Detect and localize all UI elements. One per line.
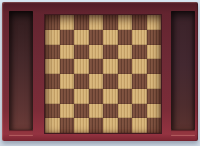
square-r7c7[interactable] (132, 104, 147, 119)
square-r7c3[interactable] (74, 104, 89, 119)
square-r3c7[interactable] (132, 45, 147, 60)
square-r2c7[interactable] (132, 30, 147, 45)
square-r4c5[interactable] (103, 59, 118, 74)
checkerboard-field (44, 14, 162, 134)
square-r5c4[interactable] (89, 74, 104, 89)
square-r4c6[interactable] (118, 59, 133, 74)
square-r1c7[interactable] (132, 15, 147, 30)
square-r6c5[interactable] (103, 89, 118, 104)
square-r3c4[interactable] (89, 45, 104, 60)
square-r1c2[interactable] (60, 15, 75, 30)
square-r5c5[interactable] (103, 74, 118, 89)
square-r2c6[interactable] (118, 30, 133, 45)
right-tray-ledge (171, 130, 195, 136)
square-r3c5[interactable] (103, 45, 118, 60)
square-r6c1[interactable] (45, 89, 60, 104)
square-r8c4[interactable] (89, 118, 104, 133)
square-r6c2[interactable] (60, 89, 75, 104)
photo-backdrop (0, 0, 200, 146)
square-r1c3[interactable] (74, 15, 89, 30)
square-r5c1[interactable] (45, 74, 60, 89)
square-r7c6[interactable] (118, 104, 133, 119)
square-r2c4[interactable] (89, 30, 104, 45)
square-r8c2[interactable] (60, 118, 75, 133)
square-r1c1[interactable] (45, 15, 60, 30)
square-r2c2[interactable] (60, 30, 75, 45)
square-r1c6[interactable] (118, 15, 133, 30)
square-r8c8[interactable] (147, 118, 162, 133)
square-r5c8[interactable] (147, 74, 162, 89)
square-r7c4[interactable] (89, 104, 104, 119)
square-r8c5[interactable] (103, 118, 118, 133)
square-r7c8[interactable] (147, 104, 162, 119)
square-r1c8[interactable] (147, 15, 162, 30)
square-r5c6[interactable] (118, 74, 133, 89)
square-r6c3[interactable] (74, 89, 89, 104)
square-r3c1[interactable] (45, 45, 60, 60)
square-r3c3[interactable] (74, 45, 89, 60)
square-r8c6[interactable] (118, 118, 133, 133)
square-r6c4[interactable] (89, 89, 104, 104)
square-r6c8[interactable] (147, 89, 162, 104)
square-r8c7[interactable] (132, 118, 147, 133)
square-r1c4[interactable] (89, 15, 104, 30)
square-r2c8[interactable] (147, 30, 162, 45)
square-r5c3[interactable] (74, 74, 89, 89)
square-r8c1[interactable] (45, 118, 60, 133)
square-r8c3[interactable] (74, 118, 89, 133)
square-r4c3[interactable] (74, 59, 89, 74)
square-r7c5[interactable] (103, 104, 118, 119)
square-r1c5[interactable] (103, 15, 118, 30)
square-r4c8[interactable] (147, 59, 162, 74)
square-r4c4[interactable] (89, 59, 104, 74)
left-tray-ledge (9, 130, 33, 136)
square-r4c7[interactable] (132, 59, 147, 74)
square-r7c2[interactable] (60, 104, 75, 119)
square-r3c6[interactable] (118, 45, 133, 60)
square-r5c2[interactable] (60, 74, 75, 89)
square-r3c8[interactable] (147, 45, 162, 60)
square-r6c6[interactable] (118, 89, 133, 104)
square-r4c2[interactable] (60, 59, 75, 74)
square-r2c1[interactable] (45, 30, 60, 45)
square-r7c1[interactable] (45, 104, 60, 119)
square-r3c2[interactable] (60, 45, 75, 60)
game-box (2, 2, 198, 141)
square-r2c3[interactable] (74, 30, 89, 45)
square-r6c7[interactable] (132, 89, 147, 104)
square-r5c7[interactable] (132, 74, 147, 89)
left-piece-tray (9, 11, 33, 130)
right-piece-tray (171, 11, 195, 130)
square-r2c5[interactable] (103, 30, 118, 45)
square-r4c1[interactable] (45, 59, 60, 74)
